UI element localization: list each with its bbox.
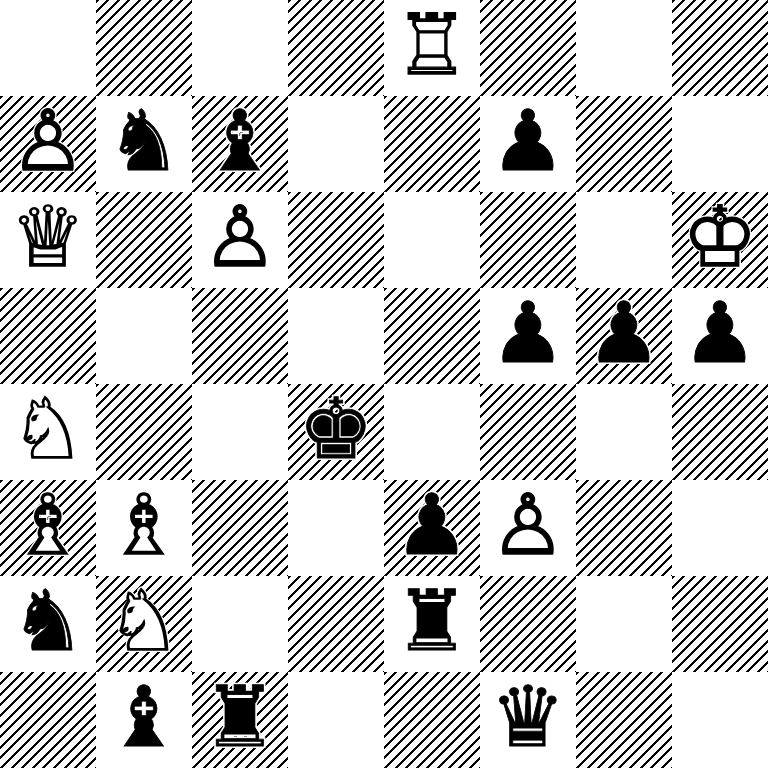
black-queen: ♛♛ [480,672,576,768]
square-d3[interactable] [288,480,384,576]
black-knight-glyph: ♞ [106,99,181,183]
square-c4[interactable] [192,384,288,480]
square-f2[interactable] [480,576,576,672]
square-f3[interactable]: ♟♙ [480,480,576,576]
white-bishop-glyph: ♗ [106,483,181,567]
black-pawn: ♟♟ [480,96,576,192]
square-d6[interactable] [288,192,384,288]
square-g4[interactable] [576,384,672,480]
square-e2[interactable]: ♜♜ [384,576,480,672]
square-d7[interactable] [288,96,384,192]
white-pawn-glyph: ♙ [490,483,565,567]
square-h4[interactable] [672,384,768,480]
black-pawn-glyph: ♟ [490,99,565,183]
square-b8[interactable] [96,0,192,96]
square-g2[interactable] [576,576,672,672]
chess-board: ♜♖♟♙♞♞♝♝♟♟♛♕♟♙♚♔♟♟♟♟♟♟♞♘♚♚♝♗♝♗♟♟♟♙♞♞♞♘♜♜… [0,0,768,768]
white-knight: ♞♘ [96,576,192,672]
square-f7[interactable]: ♟♟ [480,96,576,192]
white-knight-glyph: ♘ [10,387,85,471]
square-f5[interactable]: ♟♟ [480,288,576,384]
black-pawn: ♟♟ [576,288,672,384]
square-h8[interactable] [672,0,768,96]
square-d4[interactable]: ♚♚ [288,384,384,480]
white-pawn-glyph: ♙ [10,99,85,183]
square-d1[interactable] [288,672,384,768]
white-king-glyph: ♔ [682,195,757,279]
square-e4[interactable] [384,384,480,480]
white-bishop: ♝♗ [96,480,192,576]
black-rook-glyph: ♜ [394,579,469,663]
black-rook-glyph: ♜ [202,675,277,759]
square-h7[interactable] [672,96,768,192]
white-king: ♚♔ [672,192,768,288]
square-b3[interactable]: ♝♗ [96,480,192,576]
black-bishop-glyph: ♝ [202,99,277,183]
square-g8[interactable] [576,0,672,96]
square-g5[interactable]: ♟♟ [576,288,672,384]
square-a5[interactable] [0,288,96,384]
white-pawn: ♟♙ [192,192,288,288]
square-c6[interactable]: ♟♙ [192,192,288,288]
square-f4[interactable] [480,384,576,480]
black-king: ♚♚ [288,384,384,480]
square-d8[interactable] [288,0,384,96]
white-bishop-glyph: ♗ [10,483,85,567]
square-a4[interactable]: ♞♘ [0,384,96,480]
square-g3[interactable] [576,480,672,576]
square-e5[interactable] [384,288,480,384]
black-bishop: ♝♝ [96,672,192,768]
black-bishop: ♝♝ [192,96,288,192]
square-h5[interactable]: ♟♟ [672,288,768,384]
square-c7[interactable]: ♝♝ [192,96,288,192]
white-bishop: ♝♗ [0,480,96,576]
black-pawn-glyph: ♟ [682,291,757,375]
square-b5[interactable] [96,288,192,384]
square-e1[interactable] [384,672,480,768]
black-pawn-glyph: ♟ [490,291,565,375]
square-d2[interactable] [288,576,384,672]
square-f6[interactable] [480,192,576,288]
black-rook: ♜♜ [384,576,480,672]
square-b4[interactable] [96,384,192,480]
black-rook: ♜♜ [192,672,288,768]
square-c3[interactable] [192,480,288,576]
square-c1[interactable]: ♜♜ [192,672,288,768]
chess-diagram: ♜♖♟♙♞♞♝♝♟♟♛♕♟♙♚♔♟♟♟♟♟♟♞♘♚♚♝♗♝♗♟♟♟♙♞♞♞♘♜♜… [0,0,768,768]
square-c5[interactable] [192,288,288,384]
square-g6[interactable] [576,192,672,288]
square-e7[interactable] [384,96,480,192]
white-pawn: ♟♙ [480,480,576,576]
square-a6[interactable]: ♛♕ [0,192,96,288]
black-pawn-glyph: ♟ [394,483,469,567]
white-queen: ♛♕ [0,192,96,288]
square-g1[interactable] [576,672,672,768]
black-knight: ♞♞ [0,576,96,672]
black-pawn: ♟♟ [480,288,576,384]
white-queen-glyph: ♕ [10,195,85,279]
white-pawn-glyph: ♙ [202,195,277,279]
square-b2[interactable]: ♞♘ [96,576,192,672]
square-h6[interactable]: ♚♔ [672,192,768,288]
square-a7[interactable]: ♟♙ [0,96,96,192]
square-a2[interactable]: ♞♞ [0,576,96,672]
black-knight: ♞♞ [96,96,192,192]
square-b1[interactable]: ♝♝ [96,672,192,768]
black-pawn: ♟♟ [384,480,480,576]
square-g7[interactable] [576,96,672,192]
black-knight-glyph: ♞ [10,579,85,663]
square-h3[interactable] [672,480,768,576]
black-pawn: ♟♟ [672,288,768,384]
square-h1[interactable] [672,672,768,768]
black-bishop-glyph: ♝ [106,675,181,759]
square-c2[interactable] [192,576,288,672]
square-h2[interactable] [672,576,768,672]
square-f1[interactable]: ♛♛ [480,672,576,768]
square-e6[interactable] [384,192,480,288]
square-a1[interactable] [0,672,96,768]
white-knight: ♞♘ [0,384,96,480]
square-a8[interactable] [0,0,96,96]
square-a3[interactable]: ♝♗ [0,480,96,576]
white-pawn: ♟♙ [0,96,96,192]
white-rook: ♜♖ [384,0,480,96]
white-rook-glyph: ♖ [394,3,469,87]
white-knight-glyph: ♘ [106,579,181,663]
square-b6[interactable] [96,192,192,288]
black-queen-glyph: ♛ [490,675,565,759]
square-e3[interactable]: ♟♟ [384,480,480,576]
black-pawn-glyph: ♟ [586,291,661,375]
square-d5[interactable] [288,288,384,384]
square-c8[interactable] [192,0,288,96]
black-king-glyph: ♚ [298,387,373,471]
square-e8[interactable]: ♜♖ [384,0,480,96]
square-b7[interactable]: ♞♞ [96,96,192,192]
square-f8[interactable] [480,0,576,96]
